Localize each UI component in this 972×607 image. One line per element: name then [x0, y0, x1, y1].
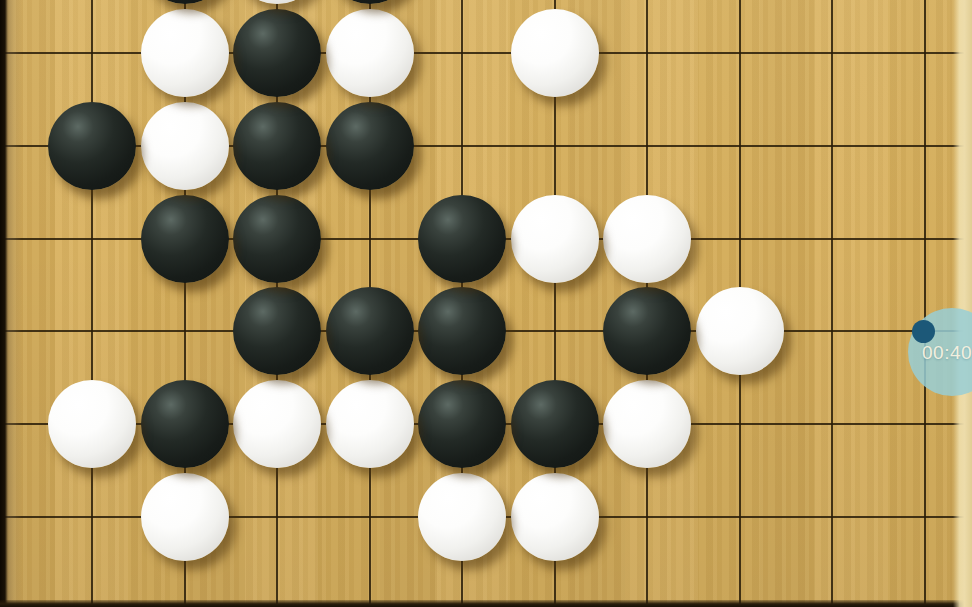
- stone-black: [326, 287, 414, 375]
- stone-black: [233, 9, 321, 97]
- stone-white: [696, 287, 784, 375]
- stone-white: [326, 9, 414, 97]
- stone-white: [48, 380, 136, 468]
- stone-white: [326, 380, 414, 468]
- board-edge-left: [0, 0, 22, 607]
- stone-black: [233, 195, 321, 283]
- stone-black: [326, 0, 414, 4]
- stone-black: [418, 380, 506, 468]
- stone-black: [233, 102, 321, 190]
- stone-white: [418, 473, 506, 561]
- stone-black: [233, 287, 321, 375]
- stone-white: [141, 9, 229, 97]
- stone-black: [326, 102, 414, 190]
- timer-text: 00:40: [922, 343, 972, 362]
- stone-white: [603, 195, 691, 283]
- stone-white: [511, 195, 599, 283]
- stone-black: [48, 102, 136, 190]
- stone-white: [141, 473, 229, 561]
- board-edge-bottom: [0, 600, 972, 607]
- board-edge-highlight: [953, 0, 972, 607]
- stone-black: [418, 287, 506, 375]
- stone-black: [511, 380, 599, 468]
- stone-white: [233, 0, 321, 4]
- stone-black: [141, 195, 229, 283]
- board-surface[interactable]: 00:40: [0, 0, 972, 607]
- stone-white: [511, 473, 599, 561]
- stone-white: [603, 380, 691, 468]
- stone-black: [418, 195, 506, 283]
- stone-white: [511, 9, 599, 97]
- stone-white: [141, 102, 229, 190]
- stone-black: [141, 0, 229, 4]
- stone-black: [141, 380, 229, 468]
- timer-dot: [912, 320, 935, 343]
- stone-black: [603, 287, 691, 375]
- stone-white: [233, 380, 321, 468]
